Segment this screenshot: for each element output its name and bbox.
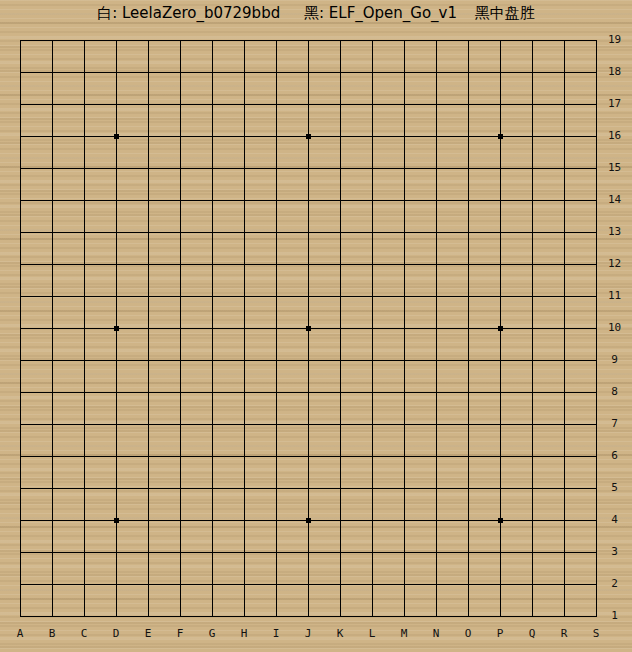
column-label: N — [420, 624, 452, 644]
star-point — [114, 518, 119, 523]
star-point — [306, 326, 311, 331]
row-label: 15 — [601, 152, 628, 184]
row-label: 17 — [601, 88, 628, 120]
row-label: 7 — [601, 408, 628, 440]
row-labels: 19181716151413121110987654321 — [601, 24, 628, 632]
row-label: 1 — [601, 600, 628, 632]
column-label: M — [388, 624, 420, 644]
row-label: 13 — [601, 216, 628, 248]
column-label: P — [484, 624, 516, 644]
row-label: 5 — [601, 472, 628, 504]
row-label: 9 — [601, 344, 628, 376]
row-label: 3 — [601, 536, 628, 568]
star-point — [498, 518, 503, 523]
star-point — [498, 134, 503, 139]
row-label: 14 — [601, 184, 628, 216]
column-labels: ABCDEFGHIJKLMNOPQRS — [4, 624, 612, 644]
star-point — [114, 134, 119, 139]
column-label: H — [228, 624, 260, 644]
column-label: L — [356, 624, 388, 644]
row-label: 10 — [601, 312, 628, 344]
column-label: F — [164, 624, 196, 644]
column-label: J — [292, 624, 324, 644]
go-board-window: 白: LeelaZero_b0729bbd 黑: ELF_Open_Go_v1 … — [0, 0, 632, 652]
row-label: 18 — [601, 56, 628, 88]
column-label: K — [324, 624, 356, 644]
star-point — [306, 518, 311, 523]
column-label: I — [260, 624, 292, 644]
go-board-grid[interactable] — [20, 40, 597, 617]
row-label: 2 — [601, 568, 628, 600]
black-player-label: 黑: ELF_Open_Go_v1 — [304, 4, 457, 22]
row-label: 12 — [601, 248, 628, 280]
row-label: 16 — [601, 120, 628, 152]
column-label: D — [100, 624, 132, 644]
row-label: 6 — [601, 440, 628, 472]
column-label: G — [196, 624, 228, 644]
star-point — [498, 326, 503, 331]
star-point — [306, 134, 311, 139]
column-label: E — [132, 624, 164, 644]
game-result-label: 黑中盘胜 — [475, 4, 535, 22]
white-player-label: 白: LeelaZero_b0729bbd — [97, 4, 280, 22]
column-label: B — [36, 624, 68, 644]
row-label: 8 — [601, 376, 628, 408]
row-label: 4 — [601, 504, 628, 536]
row-label: 19 — [601, 24, 628, 56]
column-label: R — [548, 624, 580, 644]
column-label: C — [68, 624, 100, 644]
game-info-bar: 白: LeelaZero_b0729bbd 黑: ELF_Open_Go_v1 … — [0, 4, 632, 22]
column-label: Q — [516, 624, 548, 644]
row-label: 11 — [601, 280, 628, 312]
star-point — [114, 326, 119, 331]
column-label: O — [452, 624, 484, 644]
column-label: A — [4, 624, 36, 644]
